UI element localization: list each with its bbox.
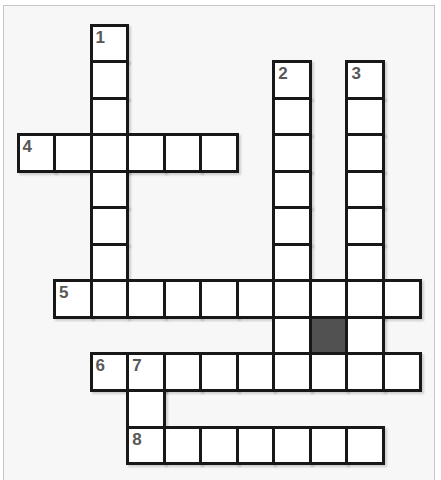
grid-cell[interactable] (126, 389, 166, 429)
clue-number: 7 (129, 355, 163, 374)
grid-cell[interactable]: 3 (345, 60, 385, 100)
grid-cell[interactable] (345, 97, 385, 137)
shaded-cell (309, 316, 349, 356)
grid-cell[interactable] (236, 352, 276, 392)
clue-number: 3 (348, 63, 382, 82)
grid-cell[interactable] (382, 352, 422, 392)
grid-cell[interactable] (309, 352, 349, 392)
grid-cell[interactable] (126, 133, 166, 173)
grid-cell[interactable] (90, 170, 130, 210)
grid-cell[interactable] (90, 97, 130, 137)
grid-cell[interactable] (236, 279, 276, 319)
grid-cell[interactable] (126, 279, 166, 319)
clue-number: 5 (56, 282, 90, 301)
grid-cell[interactable] (345, 243, 385, 283)
clue-number: 4 (20, 136, 54, 155)
grid-cell[interactable] (345, 316, 385, 356)
grid-cell[interactable] (272, 97, 312, 137)
grid-cell[interactable] (163, 133, 203, 173)
grid-cell[interactable]: 4 (17, 133, 57, 173)
grid-cell[interactable] (236, 426, 276, 466)
grid-cell[interactable] (199, 352, 239, 392)
grid-cell[interactable] (345, 133, 385, 173)
grid-cell[interactable] (345, 279, 385, 319)
grid-cell[interactable]: 8 (126, 426, 166, 466)
grid-cell[interactable] (272, 352, 312, 392)
grid-cell[interactable] (199, 133, 239, 173)
grid-cell[interactable] (272, 243, 312, 283)
grid-cell[interactable] (199, 426, 239, 466)
grid-cell[interactable] (272, 170, 312, 210)
grid-cell[interactable] (90, 133, 130, 173)
grid-cell[interactable] (90, 243, 130, 283)
grid-cell[interactable] (90, 279, 130, 319)
grid-cell[interactable] (272, 206, 312, 246)
crossword-grid: 12345678 (0, 0, 441, 480)
grid-cell[interactable] (272, 133, 312, 173)
grid-cell[interactable]: 7 (126, 352, 166, 392)
grid-cell[interactable] (345, 206, 385, 246)
grid-cell[interactable]: 6 (90, 352, 130, 392)
grid-cell[interactable] (382, 279, 422, 319)
grid-cell[interactable] (90, 206, 130, 246)
clue-number: 8 (129, 429, 163, 448)
grid-cell[interactable] (345, 426, 385, 466)
grid-cell[interactable] (309, 426, 349, 466)
grid-cell[interactable] (90, 60, 130, 100)
grid-cell[interactable]: 5 (53, 279, 93, 319)
grid-cell[interactable] (199, 279, 239, 319)
clue-number: 1 (93, 27, 127, 46)
grid-cell[interactable] (163, 279, 203, 319)
crossword-page: 12345678 (0, 0, 441, 480)
grid-cell[interactable] (272, 316, 312, 356)
grid-cell[interactable] (53, 133, 93, 173)
grid-cell[interactable] (163, 426, 203, 466)
clue-number: 2 (275, 63, 309, 82)
grid-cell[interactable] (345, 352, 385, 392)
grid-cell[interactable] (309, 279, 349, 319)
grid-cell[interactable]: 1 (90, 24, 130, 64)
grid-cell[interactable]: 2 (272, 60, 312, 100)
grid-cell[interactable] (272, 279, 312, 319)
grid-cell[interactable] (272, 426, 312, 466)
grid-cell[interactable] (345, 170, 385, 210)
clue-number: 6 (93, 355, 127, 374)
grid-cell[interactable] (163, 352, 203, 392)
